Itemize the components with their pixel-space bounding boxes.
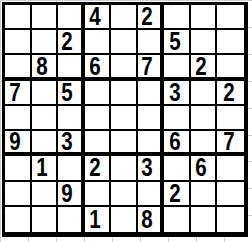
cell-r2c3[interactable]: 2 xyxy=(58,30,85,55)
cell-r8c9[interactable] xyxy=(217,182,244,207)
cell-r6c9[interactable]: 7 xyxy=(217,131,244,156)
cell-r9c3[interactable] xyxy=(58,207,85,232)
cell-r1c5[interactable] xyxy=(111,5,138,30)
cell-r8c6[interactable] xyxy=(138,182,165,207)
cell-r9c1[interactable] xyxy=(5,207,32,232)
cell-r1c8[interactable] xyxy=(191,5,218,30)
given-digit: 4 xyxy=(89,5,100,29)
cell-r3c3[interactable] xyxy=(58,55,85,80)
cell-r8c4[interactable] xyxy=(85,182,112,207)
cell-r5c5[interactable] xyxy=(111,106,138,131)
given-digit: 3 xyxy=(141,156,152,180)
cell-r2c9[interactable] xyxy=(217,30,244,55)
cell-r7c4[interactable]: 2 xyxy=(85,156,112,181)
cell-r3c6[interactable]: 7 xyxy=(138,55,165,80)
cell-r5c8[interactable] xyxy=(191,106,218,131)
cell-r5c3[interactable] xyxy=(58,106,85,131)
cell-r1c3[interactable] xyxy=(58,5,85,30)
sudoku-page: 422586727532936712369218 xyxy=(0,0,252,242)
given-digit: 2 xyxy=(195,55,206,78)
given-digit: 6 xyxy=(89,55,100,78)
cell-r1c6[interactable]: 2 xyxy=(138,5,165,30)
cell-r2c1[interactable] xyxy=(5,30,32,55)
cell-r6c5[interactable] xyxy=(111,131,138,156)
given-digit: 6 xyxy=(169,131,180,154)
cell-r8c2[interactable] xyxy=(32,182,59,207)
given-digit: 2 xyxy=(141,5,152,29)
cell-r7c1[interactable] xyxy=(5,156,32,181)
cell-r5c7[interactable] xyxy=(164,106,191,131)
cell-r3c9[interactable] xyxy=(217,55,244,80)
given-digit: 5 xyxy=(169,30,180,54)
given-digit: 1 xyxy=(36,156,47,180)
cell-r7c5[interactable] xyxy=(111,156,138,181)
given-digit: 7 xyxy=(141,55,152,78)
cell-r1c4[interactable]: 4 xyxy=(85,5,112,30)
cell-r2c8[interactable] xyxy=(191,30,218,55)
cell-r7c8[interactable]: 6 xyxy=(191,156,218,181)
given-digit: 2 xyxy=(169,182,180,206)
cell-r7c2[interactable]: 1 xyxy=(32,156,59,181)
cell-r6c4[interactable] xyxy=(85,131,112,156)
cell-r9c7[interactable] xyxy=(164,207,191,232)
cell-r4c6[interactable] xyxy=(138,81,165,106)
cell-r2c6[interactable] xyxy=(138,30,165,55)
cell-r4c1[interactable]: 7 xyxy=(5,81,32,106)
cell-r6c6[interactable] xyxy=(138,131,165,156)
given-digit: 8 xyxy=(141,207,152,232)
cell-r8c3[interactable]: 9 xyxy=(58,182,85,207)
cell-r3c5[interactable] xyxy=(111,55,138,80)
cell-r3c8[interactable]: 2 xyxy=(191,55,218,80)
cell-r9c5[interactable] xyxy=(111,207,138,232)
cell-r3c1[interactable] xyxy=(5,55,32,80)
cell-r2c2[interactable] xyxy=(32,30,59,55)
given-digit: 3 xyxy=(62,131,73,154)
cell-r6c1[interactable]: 9 xyxy=(5,131,32,156)
cell-r5c1[interactable] xyxy=(5,106,32,131)
cell-r5c6[interactable] xyxy=(138,106,165,131)
cell-r6c7[interactable]: 6 xyxy=(164,131,191,156)
cell-r8c7[interactable]: 2 xyxy=(164,182,191,207)
given-digit: 9 xyxy=(62,182,73,206)
given-digit: 7 xyxy=(223,131,234,154)
cell-r1c2[interactable] xyxy=(32,5,59,30)
cell-r6c3[interactable]: 3 xyxy=(58,131,85,156)
given-digit: 2 xyxy=(223,81,234,105)
cell-r3c4[interactable]: 6 xyxy=(85,55,112,80)
cell-r2c5[interactable] xyxy=(111,30,138,55)
cell-r3c7[interactable] xyxy=(164,55,191,80)
cell-r4c5[interactable] xyxy=(111,81,138,106)
given-digit: 1 xyxy=(89,207,100,232)
cell-r6c8[interactable] xyxy=(191,131,218,156)
cell-r7c7[interactable] xyxy=(164,156,191,181)
cell-r9c4[interactable]: 1 xyxy=(85,207,112,232)
cell-r7c3[interactable] xyxy=(58,156,85,181)
cell-r1c1[interactable] xyxy=(5,5,32,30)
cell-r6c2[interactable] xyxy=(32,131,59,156)
given-digit: 8 xyxy=(36,55,47,78)
cell-r9c6[interactable]: 8 xyxy=(138,207,165,232)
cell-r4c7[interactable]: 3 xyxy=(164,81,191,106)
cell-r4c2[interactable] xyxy=(32,81,59,106)
cell-r9c9[interactable] xyxy=(217,207,244,232)
cell-r8c5[interactable] xyxy=(111,182,138,207)
given-digit: 7 xyxy=(10,81,21,105)
cell-r1c9[interactable] xyxy=(217,5,244,30)
cell-r4c4[interactable] xyxy=(85,81,112,106)
given-digit: 3 xyxy=(169,81,180,105)
cell-r5c2[interactable] xyxy=(32,106,59,131)
cell-r2c7[interactable]: 5 xyxy=(164,30,191,55)
cell-r7c6[interactable]: 3 xyxy=(138,156,165,181)
cell-r5c9[interactable] xyxy=(217,106,244,131)
given-digit: 9 xyxy=(10,131,21,154)
sudoku-board: 422586727532936712369218 xyxy=(2,2,248,237)
cell-r1c7[interactable] xyxy=(164,5,191,30)
cell-r8c8[interactable] xyxy=(191,182,218,207)
given-digit: 2 xyxy=(89,156,100,180)
cell-r4c3[interactable]: 5 xyxy=(58,81,85,106)
given-digit: 5 xyxy=(62,81,73,105)
cell-r3c2[interactable]: 8 xyxy=(32,55,59,80)
cell-r2c4[interactable] xyxy=(85,30,112,55)
cell-r8c1[interactable] xyxy=(5,182,32,207)
given-digit: 6 xyxy=(195,156,206,180)
cell-r4c9[interactable]: 2 xyxy=(217,81,244,106)
cell-r7c9[interactable] xyxy=(217,156,244,181)
cell-r4c8[interactable] xyxy=(191,81,218,106)
cell-r5c4[interactable] xyxy=(85,106,112,131)
cell-r9c2[interactable] xyxy=(32,207,59,232)
given-digit: 2 xyxy=(62,30,73,54)
cell-r9c8[interactable] xyxy=(191,207,218,232)
